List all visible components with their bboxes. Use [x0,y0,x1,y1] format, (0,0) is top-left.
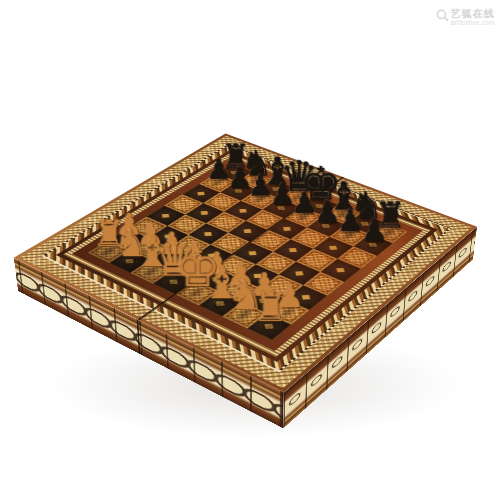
piece-glyph: ♜ [238,287,305,327]
piece-glyph: ♟ [344,215,404,245]
folding-chess-box: ♜♞♝♛♚♝♞♜♟♟♟♟♟♟♟♟♟♟♟♟♟♟♟♟♜♞♝♛♚♝♞♜ [14,133,477,392]
rope-inlay-line: ♜♞♝♛♚♝♞♜♟♟♟♟♟♟♟♟♟♟♟♟♟♟♟♟♜♞♝♛♚♝♞♜ [41,144,451,372]
board-scene: ♜♞♝♛♚♝♞♜♟♟♟♟♟♟♟♟♟♟♟♟♟♟♟♟♜♞♝♛♚♝♞♜ [0,0,500,500]
mosaic-border-band: ♜♞♝♛♚♝♞♜♟♟♟♟♟♟♟♟♟♟♟♟♟♟♟♟♜♞♝♛♚♝♞♜ [20,136,472,388]
board-top: ♜♞♝♛♚♝♞♜♟♟♟♟♟♟♟♟♟♟♟♟♟♟♟♟♜♞♝♛♚♝♞♜ [14,133,477,392]
product-photo: 艺狐在线 artfoxlive.com [0,0,500,500]
checkerboard: ♜♞♝♛♚♝♞♜♟♟♟♟♟♟♟♟♟♟♟♟♟♟♟♟♜♞♝♛♚♝♞♜ [88,164,408,341]
